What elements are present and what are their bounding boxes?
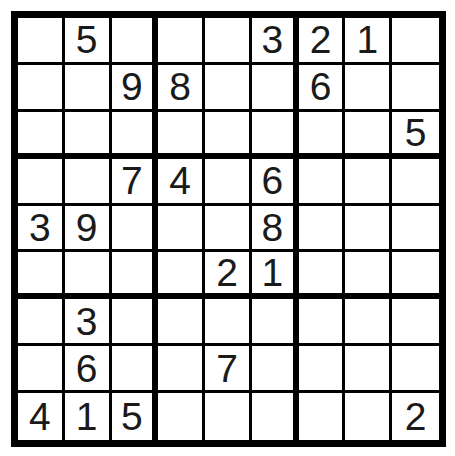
cell-r6c6[interactable]: 1	[252, 252, 299, 299]
cell-r1c5[interactable]	[205, 18, 252, 65]
cell-r7c1[interactable]	[18, 299, 65, 346]
cell-r4c6[interactable]: 6	[252, 159, 299, 206]
cell-r8c8[interactable]	[345, 346, 392, 393]
cell-r9c6[interactable]	[252, 393, 299, 440]
cell-r9c3[interactable]: 5	[112, 393, 159, 440]
cell-r2c5[interactable]	[205, 65, 252, 112]
cell-r2c3[interactable]: 9	[112, 65, 159, 112]
cell-r5c8[interactable]	[345, 206, 392, 253]
cell-r4c9[interactable]	[392, 159, 439, 206]
cell-r6c9[interactable]	[392, 252, 439, 299]
cell-r9c7[interactable]	[299, 393, 346, 440]
cell-r4c1[interactable]	[18, 159, 65, 206]
cell-r6c3[interactable]	[112, 252, 159, 299]
cell-r7c2[interactable]: 3	[65, 299, 112, 346]
cell-r2c6[interactable]	[252, 65, 299, 112]
cell-r8c6[interactable]	[252, 346, 299, 393]
cell-r6c8[interactable]	[345, 252, 392, 299]
cell-r3c9[interactable]: 5	[392, 112, 439, 159]
cell-r3c2[interactable]	[65, 112, 112, 159]
cell-r8c9[interactable]	[392, 346, 439, 393]
cell-r8c1[interactable]	[18, 346, 65, 393]
cell-r8c4[interactable]	[158, 346, 205, 393]
cell-r6c4[interactable]	[158, 252, 205, 299]
cell-r1c6[interactable]: 3	[252, 18, 299, 65]
cell-r7c7[interactable]	[299, 299, 346, 346]
cell-r7c3[interactable]	[112, 299, 159, 346]
cell-r2c1[interactable]	[18, 65, 65, 112]
cell-r7c5[interactable]	[205, 299, 252, 346]
cell-r4c7[interactable]	[299, 159, 346, 206]
cell-r3c5[interactable]	[205, 112, 252, 159]
cell-r7c9[interactable]	[392, 299, 439, 346]
cell-r3c8[interactable]	[345, 112, 392, 159]
cell-r1c8[interactable]: 1	[345, 18, 392, 65]
cell-r3c1[interactable]	[18, 112, 65, 159]
cell-r6c5[interactable]: 2	[205, 252, 252, 299]
cell-r2c2[interactable]	[65, 65, 112, 112]
cell-r2c8[interactable]	[345, 65, 392, 112]
cell-r9c1[interactable]: 4	[18, 393, 65, 440]
cell-r9c9[interactable]: 2	[392, 393, 439, 440]
cell-r5c2[interactable]: 9	[65, 206, 112, 253]
cell-r7c4[interactable]	[158, 299, 205, 346]
cell-r8c5[interactable]: 7	[205, 346, 252, 393]
cell-r4c4[interactable]: 4	[158, 159, 205, 206]
sudoku-board: 53219865746398213674152	[11, 11, 446, 447]
cell-r8c7[interactable]	[299, 346, 346, 393]
cell-r7c6[interactable]	[252, 299, 299, 346]
cell-r2c4[interactable]: 8	[158, 65, 205, 112]
cell-r8c2[interactable]: 6	[65, 346, 112, 393]
cell-r2c9[interactable]	[392, 65, 439, 112]
cell-r1c9[interactable]	[392, 18, 439, 65]
cell-r4c2[interactable]	[65, 159, 112, 206]
cell-r5c6[interactable]: 8	[252, 206, 299, 253]
cell-r3c7[interactable]	[299, 112, 346, 159]
cell-r4c5[interactable]	[205, 159, 252, 206]
cell-r5c9[interactable]	[392, 206, 439, 253]
cell-r4c8[interactable]	[345, 159, 392, 206]
cell-r1c2[interactable]: 5	[65, 18, 112, 65]
cell-r6c7[interactable]	[299, 252, 346, 299]
cell-r1c1[interactable]	[18, 18, 65, 65]
cell-r5c7[interactable]	[299, 206, 346, 253]
cell-r4c3[interactable]: 7	[112, 159, 159, 206]
cell-r9c4[interactable]	[158, 393, 205, 440]
cell-r9c8[interactable]	[345, 393, 392, 440]
cell-r8c3[interactable]	[112, 346, 159, 393]
cell-r1c3[interactable]	[112, 18, 159, 65]
cell-r6c1[interactable]	[18, 252, 65, 299]
cell-r1c7[interactable]: 2	[299, 18, 346, 65]
cell-r5c1[interactable]: 3	[18, 206, 65, 253]
cell-r2c7[interactable]: 6	[299, 65, 346, 112]
cell-r1c4[interactable]	[158, 18, 205, 65]
cell-r5c3[interactable]	[112, 206, 159, 253]
cell-r9c5[interactable]	[205, 393, 252, 440]
cell-r9c2[interactable]: 1	[65, 393, 112, 440]
cell-r6c2[interactable]	[65, 252, 112, 299]
cell-r3c6[interactable]	[252, 112, 299, 159]
cell-r5c5[interactable]	[205, 206, 252, 253]
cell-r3c4[interactable]	[158, 112, 205, 159]
cell-r5c4[interactable]	[158, 206, 205, 253]
cell-r3c3[interactable]	[112, 112, 159, 159]
cell-r7c8[interactable]	[345, 299, 392, 346]
